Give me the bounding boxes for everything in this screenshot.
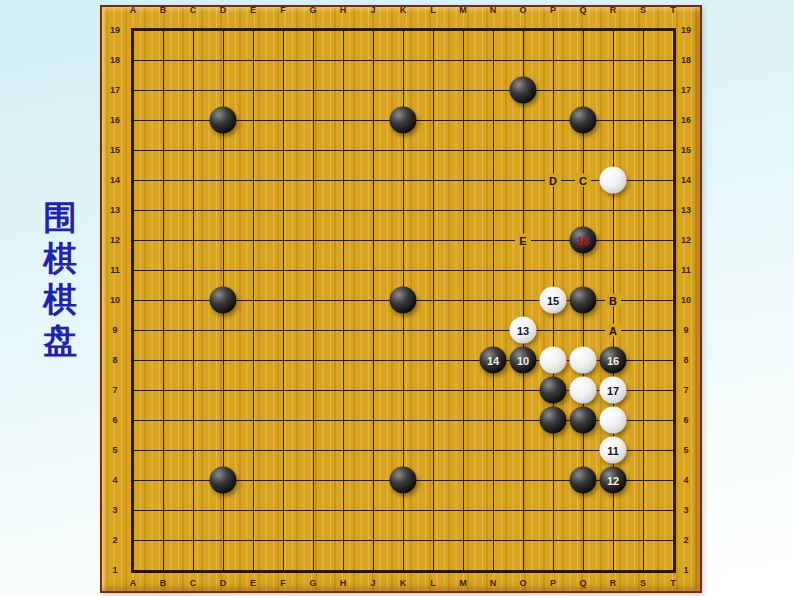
row-label-left-8: 8 bbox=[102, 354, 128, 366]
stone-black-D4 bbox=[210, 467, 237, 494]
move-number: 15 bbox=[547, 294, 559, 306]
col-label-bottom-B: B bbox=[154, 577, 172, 589]
row-label-right-4: 4 bbox=[673, 474, 699, 486]
move-number: 16 bbox=[607, 354, 619, 366]
col-label-bottom-C: C bbox=[184, 577, 202, 589]
row-label-left-19: 19 bbox=[102, 24, 128, 36]
col-label-top-S: S bbox=[634, 4, 652, 16]
row-label-right-17: 17 bbox=[673, 84, 699, 96]
col-label-top-E: E bbox=[244, 4, 262, 16]
row-label-left-4: 4 bbox=[102, 474, 128, 486]
col-label-bottom-E: E bbox=[244, 577, 262, 589]
row-label-right-6: 6 bbox=[673, 414, 699, 426]
stone-white-R6 bbox=[600, 407, 627, 434]
move-number: 10 bbox=[517, 354, 529, 366]
page-title: 围棋棋盘 bbox=[26, 197, 94, 361]
col-label-top-K: K bbox=[394, 4, 412, 16]
row-label-right-2: 2 bbox=[673, 534, 699, 546]
move-number: 18 bbox=[577, 234, 589, 246]
stone-black-K4 bbox=[390, 467, 417, 494]
col-label-bottom-K: K bbox=[394, 577, 412, 589]
point-marker-D: D bbox=[545, 174, 561, 187]
stone-white-R7: 17 bbox=[600, 377, 627, 404]
row-label-left-2: 2 bbox=[102, 534, 128, 546]
move-number: 13 bbox=[517, 324, 529, 336]
page-title-char: 围 bbox=[26, 197, 94, 238]
row-label-right-9: 9 bbox=[673, 324, 699, 336]
stone-black-D16 bbox=[210, 107, 237, 134]
row-label-left-13: 13 bbox=[102, 204, 128, 216]
stone-white-P10: 15 bbox=[540, 287, 567, 314]
row-label-left-14: 14 bbox=[102, 174, 128, 186]
col-label-top-Q: Q bbox=[574, 4, 592, 16]
row-label-left-10: 10 bbox=[102, 294, 128, 306]
col-label-top-M: M bbox=[454, 4, 472, 16]
move-number: 11 bbox=[607, 444, 619, 456]
col-label-top-N: N bbox=[484, 4, 502, 16]
row-label-right-1: 1 bbox=[673, 564, 699, 576]
row-label-left-5: 5 bbox=[102, 444, 128, 456]
col-label-bottom-D: D bbox=[214, 577, 232, 589]
go-board: AABBCCDDEEFFGGHHJJKKLLMMNNOOPPQQRRSSTT19… bbox=[100, 5, 702, 593]
stone-black-Q16 bbox=[570, 107, 597, 134]
stone-black-P6 bbox=[540, 407, 567, 434]
row-label-left-1: 1 bbox=[102, 564, 128, 576]
col-label-top-A: A bbox=[124, 4, 142, 16]
row-label-left-9: 9 bbox=[102, 324, 128, 336]
stone-white-O9: 13 bbox=[510, 317, 537, 344]
row-label-left-16: 16 bbox=[102, 114, 128, 126]
slide-background: 围棋棋盘 AABBCCDDEEFFGGHHJJKKLLMMNNOOPPQQRRS… bbox=[0, 0, 794, 596]
point-marker-C: C bbox=[575, 174, 591, 187]
row-label-right-5: 5 bbox=[673, 444, 699, 456]
col-label-top-B: B bbox=[154, 4, 172, 16]
col-label-top-G: G bbox=[304, 4, 322, 16]
col-label-bottom-O: O bbox=[514, 577, 532, 589]
stone-white-P8 bbox=[540, 347, 567, 374]
page-title-char: 棋 bbox=[26, 238, 94, 279]
row-label-right-7: 7 bbox=[673, 384, 699, 396]
row-label-left-17: 17 bbox=[102, 84, 128, 96]
col-label-bottom-F: F bbox=[274, 577, 292, 589]
col-label-top-P: P bbox=[544, 4, 562, 16]
stone-black-D10 bbox=[210, 287, 237, 314]
col-label-bottom-A: A bbox=[124, 577, 142, 589]
row-label-left-18: 18 bbox=[102, 54, 128, 66]
move-number: 12 bbox=[607, 474, 619, 486]
stone-black-O17 bbox=[510, 77, 537, 104]
stone-white-Q7 bbox=[570, 377, 597, 404]
stone-black-Q12: 18 bbox=[570, 227, 597, 254]
row-label-right-3: 3 bbox=[673, 504, 699, 516]
stone-black-R4: 12 bbox=[600, 467, 627, 494]
row-label-left-6: 6 bbox=[102, 414, 128, 426]
col-label-bottom-M: M bbox=[454, 577, 472, 589]
stone-black-P7 bbox=[540, 377, 567, 404]
row-label-left-7: 7 bbox=[102, 384, 128, 396]
stone-black-K16 bbox=[390, 107, 417, 134]
stone-black-Q4 bbox=[570, 467, 597, 494]
row-label-right-13: 13 bbox=[673, 204, 699, 216]
stone-black-Q10 bbox=[570, 287, 597, 314]
col-label-bottom-Q: Q bbox=[574, 577, 592, 589]
row-label-right-10: 10 bbox=[673, 294, 699, 306]
stone-black-O8: 10 bbox=[510, 347, 537, 374]
col-label-top-R: R bbox=[604, 4, 622, 16]
move-number: 14 bbox=[487, 354, 499, 366]
row-label-right-16: 16 bbox=[673, 114, 699, 126]
row-label-right-14: 14 bbox=[673, 174, 699, 186]
row-label-right-19: 19 bbox=[673, 24, 699, 36]
row-label-left-11: 11 bbox=[102, 264, 128, 276]
col-label-bottom-H: H bbox=[334, 577, 352, 589]
col-label-top-L: L bbox=[424, 4, 442, 16]
stone-black-K10 bbox=[390, 287, 417, 314]
point-marker-E: E bbox=[515, 234, 531, 247]
stone-white-R14 bbox=[600, 167, 627, 194]
move-number: 17 bbox=[607, 384, 619, 396]
stone-white-Q8 bbox=[570, 347, 597, 374]
row-label-right-8: 8 bbox=[673, 354, 699, 366]
row-label-right-11: 11 bbox=[673, 264, 699, 276]
col-label-bottom-S: S bbox=[634, 577, 652, 589]
stone-black-R8: 16 bbox=[600, 347, 627, 374]
stone-white-R5: 11 bbox=[600, 437, 627, 464]
stone-black-N8: 14 bbox=[480, 347, 507, 374]
col-label-top-D: D bbox=[214, 4, 232, 16]
row-label-right-12: 12 bbox=[673, 234, 699, 246]
row-label-left-12: 12 bbox=[102, 234, 128, 246]
col-label-bottom-T: T bbox=[664, 577, 682, 589]
col-label-bottom-P: P bbox=[544, 577, 562, 589]
col-label-top-F: F bbox=[274, 4, 292, 16]
col-label-bottom-J: J bbox=[364, 577, 382, 589]
point-marker-B: B bbox=[605, 294, 621, 307]
col-label-top-O: O bbox=[514, 4, 532, 16]
col-label-bottom-G: G bbox=[304, 577, 322, 589]
point-marker-A: A bbox=[605, 324, 621, 337]
row-label-right-18: 18 bbox=[673, 54, 699, 66]
col-label-bottom-L: L bbox=[424, 577, 442, 589]
col-label-top-T: T bbox=[664, 4, 682, 16]
stone-black-Q6 bbox=[570, 407, 597, 434]
col-label-bottom-R: R bbox=[604, 577, 622, 589]
page-title-char: 棋 bbox=[26, 279, 94, 320]
col-label-bottom-N: N bbox=[484, 577, 502, 589]
row-label-left-3: 3 bbox=[102, 504, 128, 516]
col-label-top-C: C bbox=[184, 4, 202, 16]
row-label-left-15: 15 bbox=[102, 144, 128, 156]
page-title-char: 盘 bbox=[26, 320, 94, 361]
col-label-top-J: J bbox=[364, 4, 382, 16]
col-label-top-H: H bbox=[334, 4, 352, 16]
row-label-right-15: 15 bbox=[673, 144, 699, 156]
